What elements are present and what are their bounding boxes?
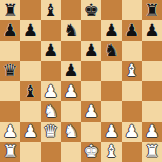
chess-board: ♜♝♚♜♟♟♞♟♟♟♟♟♞♛♟♝♝♟♟♞♟♟♟♛♞♟♟♟♜♚♝♜	[0, 0, 162, 162]
square-a6[interactable]	[0, 41, 20, 61]
piece-white-knight-d2[interactable]: ♞	[63, 123, 78, 140]
square-h8[interactable]: ♜	[142, 0, 162, 20]
square-g6[interactable]	[122, 41, 142, 61]
piece-white-pawn-f2[interactable]: ♟	[104, 123, 119, 140]
square-g8[interactable]	[122, 0, 142, 20]
square-d7[interactable]: ♞	[61, 20, 81, 40]
square-e3[interactable]: ♟	[81, 101, 101, 121]
piece-black-knight-f6[interactable]: ♞	[104, 42, 119, 59]
square-a4[interactable]	[0, 81, 20, 101]
piece-white-pawn-a2[interactable]: ♟	[3, 123, 18, 140]
piece-white-bishop-g5[interactable]: ♝	[124, 62, 139, 79]
square-d2[interactable]: ♞	[61, 122, 81, 142]
piece-black-knight-d7[interactable]: ♞	[63, 21, 78, 38]
piece-white-rook-h1[interactable]: ♜	[144, 143, 159, 160]
square-a1[interactable]: ♜	[0, 142, 20, 162]
square-a3[interactable]	[0, 101, 20, 121]
square-f7[interactable]: ♟	[101, 20, 121, 40]
piece-white-rook-a1[interactable]: ♜	[3, 143, 18, 160]
square-b6[interactable]	[20, 41, 40, 61]
piece-white-pawn-d4[interactable]: ♟	[63, 82, 78, 99]
square-e5[interactable]	[81, 61, 101, 81]
square-b8[interactable]	[20, 0, 40, 20]
square-d1[interactable]	[61, 142, 81, 162]
square-h1[interactable]: ♜	[142, 142, 162, 162]
square-a8[interactable]: ♜	[0, 0, 20, 20]
square-h3[interactable]	[142, 101, 162, 121]
square-h4[interactable]	[142, 81, 162, 101]
square-e8[interactable]: ♚	[81, 0, 101, 20]
square-c6[interactable]: ♟	[41, 41, 61, 61]
piece-black-rook-a8[interactable]: ♜	[3, 1, 18, 18]
square-a2[interactable]: ♟	[0, 122, 20, 142]
piece-black-bishop-b4[interactable]: ♝	[23, 82, 38, 99]
square-h5[interactable]	[142, 61, 162, 81]
piece-white-king-e1[interactable]: ♚	[84, 143, 99, 160]
piece-black-pawn-c6[interactable]: ♟	[43, 42, 58, 59]
square-c1[interactable]	[41, 142, 61, 162]
square-e4[interactable]	[81, 81, 101, 101]
square-f8[interactable]	[101, 0, 121, 20]
square-b1[interactable]	[20, 142, 40, 162]
square-a5[interactable]: ♛	[0, 61, 20, 81]
piece-black-king-e8[interactable]: ♚	[84, 1, 99, 18]
piece-black-pawn-a7[interactable]: ♟	[3, 21, 18, 38]
square-b5[interactable]	[20, 61, 40, 81]
square-g7[interactable]: ♟	[122, 20, 142, 40]
square-c2[interactable]: ♛	[41, 122, 61, 142]
piece-white-pawn-h2[interactable]: ♟	[144, 123, 159, 140]
piece-white-pawn-c4[interactable]: ♟	[43, 82, 58, 99]
square-e7[interactable]	[81, 20, 101, 40]
square-g2[interactable]: ♟	[122, 122, 142, 142]
piece-black-pawn-f7[interactable]: ♟	[104, 21, 119, 38]
square-d8[interactable]	[61, 0, 81, 20]
piece-black-queen-a5[interactable]: ♛	[3, 62, 18, 79]
square-f1[interactable]: ♝	[101, 142, 121, 162]
piece-white-queen-c2[interactable]: ♛	[43, 123, 58, 140]
square-c7[interactable]	[41, 20, 61, 40]
square-d5[interactable]: ♟	[61, 61, 81, 81]
piece-white-bishop-f1[interactable]: ♝	[104, 143, 119, 160]
square-f4[interactable]	[101, 81, 121, 101]
square-d3[interactable]	[61, 101, 81, 121]
square-d4[interactable]: ♟	[61, 81, 81, 101]
piece-white-pawn-g2[interactable]: ♟	[124, 123, 139, 140]
square-d6[interactable]	[61, 41, 81, 61]
piece-black-pawn-g7[interactable]: ♟	[124, 21, 139, 38]
square-f2[interactable]: ♟	[101, 122, 121, 142]
square-f6[interactable]: ♞	[101, 41, 121, 61]
square-e1[interactable]: ♚	[81, 142, 101, 162]
square-h7[interactable]: ♟	[142, 20, 162, 40]
square-b3[interactable]	[20, 101, 40, 121]
square-f3[interactable]	[101, 101, 121, 121]
piece-black-rook-h8[interactable]: ♜	[144, 1, 159, 18]
square-a7[interactable]: ♟	[0, 20, 20, 40]
piece-white-pawn-b2[interactable]: ♟	[23, 123, 38, 140]
square-b7[interactable]: ♟	[20, 20, 40, 40]
piece-black-pawn-e6[interactable]: ♟	[84, 42, 99, 59]
piece-white-knight-c3[interactable]: ♞	[43, 102, 58, 119]
piece-black-pawn-d5[interactable]: ♟	[63, 62, 78, 79]
piece-white-pawn-e3[interactable]: ♟	[84, 102, 99, 119]
square-c8[interactable]: ♝	[41, 0, 61, 20]
piece-black-pawn-b7[interactable]: ♟	[23, 21, 38, 38]
square-e2[interactable]	[81, 122, 101, 142]
piece-black-bishop-c8[interactable]: ♝	[43, 1, 58, 18]
square-b4[interactable]: ♝	[20, 81, 40, 101]
square-c5[interactable]	[41, 61, 61, 81]
square-g1[interactable]	[122, 142, 142, 162]
square-b2[interactable]: ♟	[20, 122, 40, 142]
square-c4[interactable]: ♟	[41, 81, 61, 101]
square-f5[interactable]	[101, 61, 121, 81]
piece-black-pawn-h7[interactable]: ♟	[144, 21, 159, 38]
square-g3[interactable]	[122, 101, 142, 121]
square-g5[interactable]: ♝	[122, 61, 142, 81]
square-c3[interactable]: ♞	[41, 101, 61, 121]
square-e6[interactable]: ♟	[81, 41, 101, 61]
square-h2[interactable]: ♟	[142, 122, 162, 142]
square-h6[interactable]	[142, 41, 162, 61]
square-g4[interactable]	[122, 81, 142, 101]
